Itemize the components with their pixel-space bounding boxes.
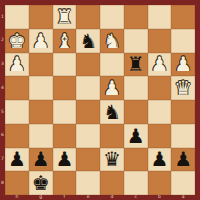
- square-b3[interactable]: ♟: [148, 53, 172, 77]
- square-e4[interactable]: [76, 76, 100, 100]
- square-h6[interactable]: [5, 124, 29, 148]
- square-d3[interactable]: [100, 53, 124, 77]
- square-b7[interactable]: ♟: [148, 148, 172, 172]
- square-b5[interactable]: [148, 100, 172, 124]
- square-a7[interactable]: ♟: [171, 148, 195, 172]
- black-pawn[interactable]: ♟: [150, 149, 168, 169]
- square-b6[interactable]: [148, 124, 172, 148]
- square-h7[interactable]: ♟: [5, 148, 29, 172]
- square-d4[interactable]: ♟: [100, 76, 124, 100]
- square-e7[interactable]: [76, 148, 100, 172]
- white-pawn[interactable]: ♟: [174, 54, 192, 74]
- square-g3[interactable]: [29, 53, 53, 77]
- white-pawn[interactable]: ♟: [8, 54, 26, 74]
- square-g2[interactable]: ♟: [29, 29, 53, 53]
- square-d1[interactable]: [100, 5, 124, 29]
- black-pawn[interactable]: ♟: [55, 149, 73, 169]
- square-b4[interactable]: [148, 76, 172, 100]
- square-d5[interactable]: ♞: [100, 100, 124, 124]
- square-e3[interactable]: [76, 53, 100, 77]
- square-d8[interactable]: [100, 171, 124, 195]
- black-pawn[interactable]: ♟: [32, 149, 50, 169]
- white-pawn[interactable]: ♟: [103, 78, 121, 98]
- square-c3[interactable]: ♜: [124, 53, 148, 77]
- square-a5[interactable]: [171, 100, 195, 124]
- file-label-c: c: [124, 195, 148, 200]
- square-g8[interactable]: ♚: [29, 171, 53, 195]
- square-e1[interactable]: [76, 5, 100, 29]
- square-a6[interactable]: [171, 124, 195, 148]
- square-g7[interactable]: ♟: [29, 148, 53, 172]
- square-b2[interactable]: [148, 29, 172, 53]
- white-bishop[interactable]: ♝: [55, 30, 73, 50]
- square-c5[interactable]: [124, 100, 148, 124]
- square-c8[interactable]: [124, 171, 148, 195]
- square-c2[interactable]: [124, 29, 148, 53]
- white-rook[interactable]: ♜: [55, 6, 73, 26]
- black-pawn[interactable]: ♟: [8, 149, 26, 169]
- square-f5[interactable]: [53, 100, 77, 124]
- file-label-d: d: [100, 195, 124, 200]
- square-d6[interactable]: [100, 124, 124, 148]
- square-b8[interactable]: [148, 171, 172, 195]
- white-king[interactable]: ♚: [8, 30, 26, 50]
- square-f8[interactable]: [53, 171, 77, 195]
- black-knight[interactable]: ♞: [79, 30, 97, 50]
- black-knight[interactable]: ♞: [103, 101, 121, 121]
- square-h5[interactable]: [5, 100, 29, 124]
- square-e2[interactable]: ♞: [76, 29, 100, 53]
- file-label-b: b: [148, 195, 172, 200]
- square-c1[interactable]: [124, 5, 148, 29]
- square-f2[interactable]: ♝: [53, 29, 77, 53]
- black-pawn[interactable]: ♟: [174, 149, 192, 169]
- black-pawn[interactable]: ♟: [127, 125, 145, 145]
- square-e5[interactable]: [76, 100, 100, 124]
- square-a3[interactable]: ♟: [171, 53, 195, 77]
- square-c6[interactable]: ♟: [124, 124, 148, 148]
- square-h3[interactable]: ♟: [5, 53, 29, 77]
- square-g4[interactable]: [29, 76, 53, 100]
- square-b1[interactable]: [148, 5, 172, 29]
- square-f6[interactable]: [53, 124, 77, 148]
- square-c4[interactable]: [124, 76, 148, 100]
- white-pawn[interactable]: ♟: [150, 54, 168, 74]
- square-c7[interactable]: [124, 148, 148, 172]
- file-label-f: f: [53, 195, 77, 200]
- square-f3[interactable]: [53, 53, 77, 77]
- square-h1[interactable]: [5, 5, 29, 29]
- square-g1[interactable]: [29, 5, 53, 29]
- file-labels: hgfedcba: [5, 195, 195, 200]
- square-d7[interactable]: ♛: [100, 148, 124, 172]
- chess-board-frame: 12345678 hgfedcba ♜♚♟♝♞♞♟♜♟♟♟♛♞♟♟♟♟♛♟♟♚: [0, 0, 200, 200]
- white-pawn[interactable]: ♟: [32, 30, 50, 50]
- square-f4[interactable]: [53, 76, 77, 100]
- square-h2[interactable]: ♚: [5, 29, 29, 53]
- square-h8[interactable]: [5, 171, 29, 195]
- square-g5[interactable]: [29, 100, 53, 124]
- square-d2[interactable]: ♞: [100, 29, 124, 53]
- file-label-h: h: [5, 195, 29, 200]
- square-a4[interactable]: ♛: [171, 76, 195, 100]
- file-label-g: g: [29, 195, 53, 200]
- square-h4[interactable]: [5, 76, 29, 100]
- square-a8[interactable]: [171, 171, 195, 195]
- chess-board: ♜♚♟♝♞♞♟♜♟♟♟♛♞♟♟♟♟♛♟♟♚: [5, 5, 195, 195]
- square-e6[interactable]: [76, 124, 100, 148]
- square-a1[interactable]: [171, 5, 195, 29]
- square-a2[interactable]: [171, 29, 195, 53]
- square-f7[interactable]: ♟: [53, 148, 77, 172]
- white-knight[interactable]: ♞: [103, 30, 121, 50]
- file-label-a: a: [171, 195, 195, 200]
- black-queen[interactable]: ♛: [103, 149, 121, 169]
- file-label-e: e: [76, 195, 100, 200]
- square-f1[interactable]: ♜: [53, 5, 77, 29]
- black-rook[interactable]: ♜: [127, 54, 145, 74]
- white-queen[interactable]: ♛: [174, 78, 192, 98]
- square-e8[interactable]: [76, 171, 100, 195]
- square-g6[interactable]: [29, 124, 53, 148]
- black-king[interactable]: ♚: [32, 173, 50, 193]
